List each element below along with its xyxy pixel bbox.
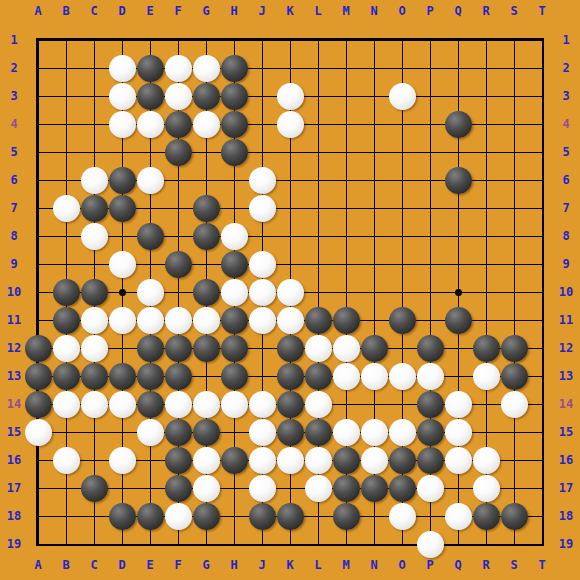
go-board[interactable]: AABBCCDDEEFFGGHHJJKKLLMMNNOOPPQQRRSSTT11…	[0, 0, 580, 580]
row-label-right: 2	[552, 59, 580, 77]
black-stone-G12[interactable]	[193, 335, 220, 362]
column-label-top: T	[528, 2, 556, 20]
black-stone-Q6[interactable]	[445, 167, 472, 194]
white-stone-E10[interactable]	[137, 279, 164, 306]
black-stone-M17[interactable]	[333, 475, 360, 502]
black-stone-A12[interactable]	[25, 335, 52, 362]
row-label-right: 3	[552, 87, 580, 105]
white-stone-D4[interactable]	[109, 111, 136, 138]
white-stone-L14[interactable]	[305, 391, 332, 418]
black-stone-D13[interactable]	[109, 363, 136, 390]
row-label-right: 10	[552, 283, 580, 301]
black-stone-F4[interactable]	[165, 111, 192, 138]
black-stone-H9[interactable]	[221, 251, 248, 278]
white-stone-F14[interactable]	[165, 391, 192, 418]
black-stone-K15[interactable]	[277, 419, 304, 446]
white-stone-O15[interactable]	[389, 419, 416, 446]
black-stone-P14[interactable]	[417, 391, 444, 418]
black-stone-P12[interactable]	[417, 335, 444, 362]
black-stone-H11[interactable]	[221, 307, 248, 334]
column-label-top: G	[192, 2, 220, 20]
column-label-top: B	[52, 2, 80, 20]
black-stone-R18[interactable]	[473, 503, 500, 530]
column-label-top: K	[276, 2, 304, 20]
white-stone-R13[interactable]	[473, 363, 500, 390]
black-stone-E18[interactable]	[137, 503, 164, 530]
black-stone-F15[interactable]	[165, 419, 192, 446]
white-stone-H10[interactable]	[221, 279, 248, 306]
black-stone-E8[interactable]	[137, 223, 164, 250]
black-stone-K13[interactable]	[277, 363, 304, 390]
row-label-right: 18	[552, 507, 580, 525]
row-label-right: 11	[552, 311, 580, 329]
black-stone-F9[interactable]	[165, 251, 192, 278]
black-stone-B13[interactable]	[53, 363, 80, 390]
black-stone-P16[interactable]	[417, 447, 444, 474]
column-label-bottom: M	[332, 556, 360, 574]
white-stone-J9[interactable]	[249, 251, 276, 278]
white-stone-H14[interactable]	[221, 391, 248, 418]
white-stone-K10[interactable]	[277, 279, 304, 306]
white-stone-G17[interactable]	[193, 475, 220, 502]
black-stone-G15[interactable]	[193, 419, 220, 446]
white-stone-J14[interactable]	[249, 391, 276, 418]
column-label-top: Q	[444, 2, 472, 20]
column-label-bottom: R	[472, 556, 500, 574]
black-stone-N17[interactable]	[361, 475, 388, 502]
column-label-top: J	[248, 2, 276, 20]
black-stone-L13[interactable]	[305, 363, 332, 390]
black-stone-E14[interactable]	[137, 391, 164, 418]
column-label-bottom: K	[276, 556, 304, 574]
black-stone-M11[interactable]	[333, 307, 360, 334]
row-label-right: 16	[552, 451, 580, 469]
white-stone-Q15[interactable]	[445, 419, 472, 446]
column-label-bottom: H	[220, 556, 248, 574]
column-label-bottom: A	[24, 556, 52, 574]
black-stone-D18[interactable]	[109, 503, 136, 530]
white-stone-M13[interactable]	[333, 363, 360, 390]
black-stone-G18[interactable]	[193, 503, 220, 530]
black-stone-H13[interactable]	[221, 363, 248, 390]
white-stone-M12[interactable]	[333, 335, 360, 362]
white-stone-D11[interactable]	[109, 307, 136, 334]
row-label-right: 17	[552, 479, 580, 497]
black-stone-S13[interactable]	[501, 363, 528, 390]
white-stone-G16[interactable]	[193, 447, 220, 474]
column-label-bottom: P	[416, 556, 444, 574]
black-stone-H4[interactable]	[221, 111, 248, 138]
white-stone-E4[interactable]	[137, 111, 164, 138]
black-stone-M18[interactable]	[333, 503, 360, 530]
black-stone-L11[interactable]	[305, 307, 332, 334]
column-label-top: N	[360, 2, 388, 20]
black-stone-F5[interactable]	[165, 139, 192, 166]
column-label-bottom: E	[136, 556, 164, 574]
black-stone-N12[interactable]	[361, 335, 388, 362]
white-stone-D14[interactable]	[109, 391, 136, 418]
row-label-right: 19	[552, 535, 580, 553]
black-stone-G7[interactable]	[193, 195, 220, 222]
column-label-top: R	[472, 2, 500, 20]
white-stone-C14[interactable]	[81, 391, 108, 418]
black-stone-K18[interactable]	[277, 503, 304, 530]
black-stone-G10[interactable]	[193, 279, 220, 306]
column-label-top: C	[80, 2, 108, 20]
white-stone-Q18[interactable]	[445, 503, 472, 530]
row-label-right: 6	[552, 171, 580, 189]
black-stone-H12[interactable]	[221, 335, 248, 362]
black-stone-E12[interactable]	[137, 335, 164, 362]
black-stone-H2[interactable]	[221, 55, 248, 82]
white-stone-Q16[interactable]	[445, 447, 472, 474]
white-stone-R17[interactable]	[473, 475, 500, 502]
white-stone-B12[interactable]	[53, 335, 80, 362]
black-stone-K14[interactable]	[277, 391, 304, 418]
column-label-bottom: N	[360, 556, 388, 574]
black-stone-F13[interactable]	[165, 363, 192, 390]
white-stone-H8[interactable]	[221, 223, 248, 250]
row-label-right: 13	[552, 367, 580, 385]
white-stone-L17[interactable]	[305, 475, 332, 502]
white-stone-D3[interactable]	[109, 83, 136, 110]
black-stone-J18[interactable]	[249, 503, 276, 530]
row-label-right: 12	[552, 339, 580, 357]
white-stone-P17[interactable]	[417, 475, 444, 502]
column-label-top: O	[388, 2, 416, 20]
black-stone-F16[interactable]	[165, 447, 192, 474]
column-label-top: E	[136, 2, 164, 20]
row-label-right: 4	[552, 115, 580, 133]
black-stone-B11[interactable]	[53, 307, 80, 334]
column-label-top: F	[164, 2, 192, 20]
white-stone-G11[interactable]	[193, 307, 220, 334]
black-stone-R12[interactable]	[473, 335, 500, 362]
white-stone-B14[interactable]	[53, 391, 80, 418]
white-stone-J16[interactable]	[249, 447, 276, 474]
black-stone-E13[interactable]	[137, 363, 164, 390]
column-label-top: S	[500, 2, 528, 20]
column-label-bottom: C	[80, 556, 108, 574]
black-stone-H5[interactable]	[221, 139, 248, 166]
black-stone-P15[interactable]	[417, 419, 444, 446]
white-stone-L16[interactable]	[305, 447, 332, 474]
column-label-top: P	[416, 2, 444, 20]
white-stone-G14[interactable]	[193, 391, 220, 418]
white-stone-K4[interactable]	[277, 111, 304, 138]
white-stone-F2[interactable]	[165, 55, 192, 82]
row-label-right: 8	[552, 227, 580, 245]
white-stone-E6[interactable]	[137, 167, 164, 194]
white-stone-O3[interactable]	[389, 83, 416, 110]
black-stone-A13[interactable]	[25, 363, 52, 390]
white-stone-K3[interactable]	[277, 83, 304, 110]
white-stone-D9[interactable]	[109, 251, 136, 278]
white-stone-F3[interactable]	[165, 83, 192, 110]
white-stone-G2[interactable]	[193, 55, 220, 82]
white-stone-J17[interactable]	[249, 475, 276, 502]
white-stone-C6[interactable]	[81, 167, 108, 194]
black-stone-D6[interactable]	[109, 167, 136, 194]
white-stone-C8[interactable]	[81, 223, 108, 250]
row-label-right: 9	[552, 255, 580, 273]
column-label-top: A	[24, 2, 52, 20]
white-stone-E15[interactable]	[137, 419, 164, 446]
row-label-right: 5	[552, 143, 580, 161]
white-stone-O13[interactable]	[389, 363, 416, 390]
black-stone-B10[interactable]	[53, 279, 80, 306]
white-stone-P13[interactable]	[417, 363, 444, 390]
black-stone-G8[interactable]	[193, 223, 220, 250]
white-stone-J15[interactable]	[249, 419, 276, 446]
white-stone-N13[interactable]	[361, 363, 388, 390]
white-stone-J7[interactable]	[249, 195, 276, 222]
column-label-top: M	[332, 2, 360, 20]
white-stone-C12[interactable]	[81, 335, 108, 362]
column-label-bottom: Q	[444, 556, 472, 574]
black-stone-E3[interactable]	[137, 83, 164, 110]
black-stone-S18[interactable]	[501, 503, 528, 530]
black-stone-C17[interactable]	[81, 475, 108, 502]
white-stone-L12[interactable]	[305, 335, 332, 362]
column-label-top: H	[220, 2, 248, 20]
column-label-bottom: J	[248, 556, 276, 574]
column-label-top: D	[108, 2, 136, 20]
white-stone-A15[interactable]	[25, 419, 52, 446]
black-stone-G3[interactable]	[193, 83, 220, 110]
black-stone-C7[interactable]	[81, 195, 108, 222]
white-stone-K16[interactable]	[277, 447, 304, 474]
black-stone-A14[interactable]	[25, 391, 52, 418]
row-label-right: 7	[552, 199, 580, 217]
column-label-top: L	[304, 2, 332, 20]
black-stone-L15[interactable]	[305, 419, 332, 446]
black-stone-M16[interactable]	[333, 447, 360, 474]
white-stone-G4[interactable]	[193, 111, 220, 138]
black-stone-E2[interactable]	[137, 55, 164, 82]
white-stone-R16[interactable]	[473, 447, 500, 474]
column-label-bottom: G	[192, 556, 220, 574]
row-label-right: 15	[552, 423, 580, 441]
black-stone-C13[interactable]	[81, 363, 108, 390]
white-stone-D2[interactable]	[109, 55, 136, 82]
black-stone-O16[interactable]	[389, 447, 416, 474]
black-stone-H3[interactable]	[221, 83, 248, 110]
white-stone-B7[interactable]	[53, 195, 80, 222]
white-stone-F18[interactable]	[165, 503, 192, 530]
black-stone-H16[interactable]	[221, 447, 248, 474]
white-stone-J10[interactable]	[249, 279, 276, 306]
black-stone-O17[interactable]	[389, 475, 416, 502]
black-stone-S12[interactable]	[501, 335, 528, 362]
black-stone-D7[interactable]	[109, 195, 136, 222]
row-label-right: 14	[552, 395, 580, 413]
white-stone-O18[interactable]	[389, 503, 416, 530]
white-stone-N16[interactable]	[361, 447, 388, 474]
white-stone-F11[interactable]	[165, 307, 192, 334]
white-stone-B16[interactable]	[53, 447, 80, 474]
white-stone-M15[interactable]	[333, 419, 360, 446]
column-label-bottom: T	[528, 556, 556, 574]
black-stone-O11[interactable]	[389, 307, 416, 334]
row-label-right: 1	[552, 31, 580, 49]
white-stone-J11[interactable]	[249, 307, 276, 334]
white-stone-Q14[interactable]	[445, 391, 472, 418]
white-stone-N15[interactable]	[361, 419, 388, 446]
white-stone-D16[interactable]	[109, 447, 136, 474]
white-stone-C11[interactable]	[81, 307, 108, 334]
white-stone-P19[interactable]	[417, 531, 444, 558]
white-stone-E11[interactable]	[137, 307, 164, 334]
white-stone-K11[interactable]	[277, 307, 304, 334]
column-label-bottom: S	[500, 556, 528, 574]
white-stone-S14[interactable]	[501, 391, 528, 418]
column-label-bottom: O	[388, 556, 416, 574]
white-stone-J6[interactable]	[249, 167, 276, 194]
column-label-bottom: B	[52, 556, 80, 574]
black-stone-Q4[interactable]	[445, 111, 472, 138]
black-stone-Q11[interactable]	[445, 307, 472, 334]
column-label-bottom: D	[108, 556, 136, 574]
black-stone-C10[interactable]	[81, 279, 108, 306]
black-stone-K12[interactable]	[277, 335, 304, 362]
stones-layer	[24, 26, 556, 558]
column-label-bottom: L	[304, 556, 332, 574]
column-label-bottom: F	[164, 556, 192, 574]
black-stone-F17[interactable]	[165, 475, 192, 502]
black-stone-F12[interactable]	[165, 335, 192, 362]
